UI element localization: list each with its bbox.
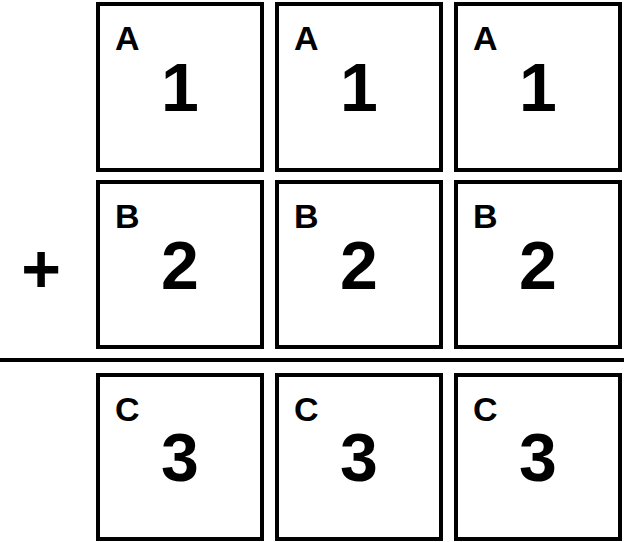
cell-label: A xyxy=(294,21,319,55)
cell-label: A xyxy=(473,21,498,55)
cell-b2[interactable]: B 2 xyxy=(275,180,443,349)
addition-board: + A 1 A 1 A 1 B 2 B 2 B 2 C 3 xyxy=(0,0,624,542)
card-grid: A 1 A 1 A 1 B 2 B 2 B 2 C 3 C 3 xyxy=(96,2,622,541)
cell-value: 3 xyxy=(340,423,378,491)
cell-a2[interactable]: A 1 xyxy=(275,2,443,172)
cell-label: B xyxy=(294,199,319,233)
cell-value: 3 xyxy=(161,423,199,491)
cell-c3[interactable]: C 3 xyxy=(454,373,622,541)
cell-a1[interactable]: A 1 xyxy=(96,2,264,172)
cell-label: C xyxy=(115,392,140,426)
cell-label: A xyxy=(115,21,140,55)
cell-value: 1 xyxy=(519,53,557,121)
cell-b3[interactable]: B 2 xyxy=(454,180,622,349)
cell-label: C xyxy=(294,392,319,426)
sum-rule-line xyxy=(0,358,624,362)
cell-value: 1 xyxy=(340,53,378,121)
cell-c1[interactable]: C 3 xyxy=(96,373,264,541)
cell-a3[interactable]: A 1 xyxy=(454,2,622,172)
cell-value: 3 xyxy=(519,423,557,491)
cell-value: 1 xyxy=(161,53,199,121)
cell-value: 2 xyxy=(340,231,378,299)
plus-operator: + xyxy=(0,180,96,349)
cell-c2[interactable]: C 3 xyxy=(275,373,443,541)
cell-label: B xyxy=(473,199,498,233)
cell-value: 2 xyxy=(161,231,199,299)
cell-b1[interactable]: B 2 xyxy=(96,180,264,349)
cell-label: B xyxy=(115,199,140,233)
cell-value: 2 xyxy=(519,231,557,299)
cell-label: C xyxy=(473,392,498,426)
